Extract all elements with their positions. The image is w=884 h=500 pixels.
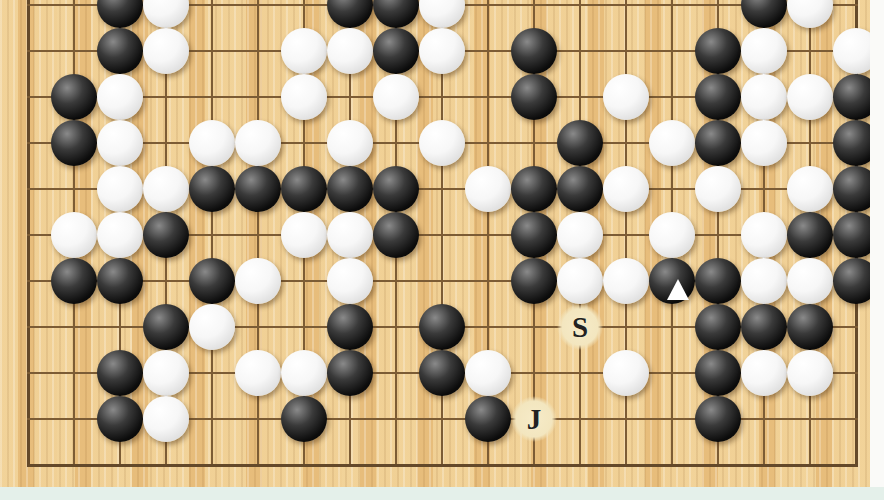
white-stone [741,212,787,258]
white-stone [787,166,833,212]
white-stone [787,0,833,28]
black-stone [695,28,741,74]
white-stone [281,350,327,396]
white-stone [649,120,695,166]
black-stone [51,74,97,120]
black-stone [143,212,189,258]
white-stone [143,166,189,212]
black-stone [465,396,511,442]
black-stone [695,74,741,120]
black-stone [557,166,603,212]
black-stone [189,166,235,212]
bottom-background-strip [0,487,884,500]
black-stone [97,28,143,74]
white-stone [281,212,327,258]
white-stone [557,258,603,304]
black-stone [97,0,143,28]
black-stone [695,350,741,396]
black-stone [281,166,327,212]
white-stone [603,350,649,396]
black-stone [557,120,603,166]
black-stone [327,304,373,350]
white-stone [695,166,741,212]
black-stone [97,350,143,396]
white-stone [603,258,649,304]
black-stone [695,304,741,350]
white-stone [649,212,695,258]
black-stone [327,0,373,28]
go-board[interactable]: SJ [0,0,870,487]
white-stone [235,120,281,166]
white-stone [97,74,143,120]
black-stone [189,258,235,304]
white-stone [741,28,787,74]
black-stone [97,258,143,304]
black-stone-last-move [649,258,695,304]
black-stone [787,212,833,258]
black-stone [235,166,281,212]
white-stone [143,350,189,396]
white-stone [419,0,465,28]
point-label-j[interactable]: J [511,396,557,442]
white-stone [235,350,281,396]
black-stone [373,166,419,212]
white-stone [143,0,189,28]
white-stone [97,166,143,212]
black-stone [327,350,373,396]
white-stone [281,74,327,120]
white-stone [741,350,787,396]
white-stone [189,304,235,350]
white-stone [465,350,511,396]
white-stone [465,166,511,212]
white-stone [603,74,649,120]
white-stone [143,28,189,74]
white-stone [51,212,97,258]
black-stone [741,304,787,350]
black-stone [695,258,741,304]
white-stone [235,258,281,304]
white-stone [787,350,833,396]
black-stone [511,258,557,304]
black-stone [51,258,97,304]
black-stone [787,304,833,350]
white-stone [603,166,649,212]
white-stone [97,120,143,166]
white-stone [327,120,373,166]
white-stone [143,396,189,442]
go-app-screen: SJ [0,0,884,500]
black-stone [511,212,557,258]
right-background-strip [870,0,884,500]
black-stone [97,396,143,442]
white-stone [327,258,373,304]
white-stone [787,74,833,120]
black-stone [741,0,787,28]
black-stone [327,166,373,212]
black-stone [511,74,557,120]
white-stone [741,258,787,304]
white-stone [557,212,603,258]
white-stone [97,212,143,258]
black-stone [281,396,327,442]
point-label-s[interactable]: S [557,304,603,350]
white-stone [741,120,787,166]
white-stone [281,28,327,74]
black-stone [373,0,419,28]
black-stone [695,396,741,442]
black-stone [695,120,741,166]
black-stone [51,120,97,166]
white-stone [419,120,465,166]
black-stone [373,28,419,74]
white-stone [741,74,787,120]
white-stone [419,28,465,74]
black-stone [511,166,557,212]
white-stone [327,212,373,258]
white-stone [189,120,235,166]
black-stone [419,304,465,350]
black-stone [143,304,189,350]
white-stone [327,28,373,74]
white-stone [787,258,833,304]
last-move-triangle-marker [667,279,689,300]
black-stone [511,28,557,74]
black-stone [419,350,465,396]
white-stone [373,74,419,120]
grid-line-horizontal [27,464,858,467]
black-stone [373,212,419,258]
